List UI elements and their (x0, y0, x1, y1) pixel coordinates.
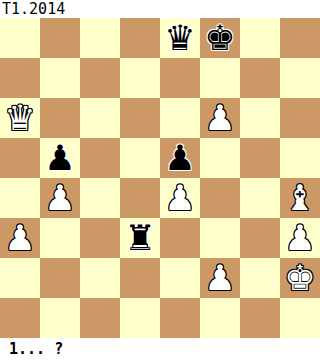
black-pawn: ♟ (164, 138, 195, 178)
square-d5[interactable] (120, 138, 160, 178)
square-g6[interactable] (240, 98, 280, 138)
chess-board: ♛♚♛♟♟♟♟♟♝♟♜♟♟♚ (0, 18, 320, 338)
square-f6[interactable]: ♟ (200, 98, 240, 138)
white-pawn: ♟ (204, 98, 235, 138)
white-bishop: ♝ (284, 178, 315, 218)
square-c2[interactable] (80, 258, 120, 298)
white-queen: ♛ (4, 98, 35, 138)
square-c5[interactable] (80, 138, 120, 178)
square-f7[interactable] (200, 58, 240, 98)
square-g5[interactable] (240, 138, 280, 178)
white-pawn: ♟ (44, 178, 75, 218)
white-pawn: ♟ (204, 258, 235, 298)
black-pawn: ♟ (44, 138, 75, 178)
white-pawn: ♟ (4, 218, 35, 258)
white-pawn: ♟ (164, 178, 195, 218)
square-e3[interactable] (160, 218, 200, 258)
square-e4[interactable]: ♟ (160, 178, 200, 218)
square-c4[interactable] (80, 178, 120, 218)
square-b2[interactable] (40, 258, 80, 298)
square-a5[interactable] (0, 138, 40, 178)
square-e7[interactable] (160, 58, 200, 98)
square-d8[interactable] (120, 18, 160, 58)
square-f8[interactable]: ♚ (200, 18, 240, 58)
square-d3[interactable]: ♜ (120, 218, 160, 258)
square-a6[interactable]: ♛ (0, 98, 40, 138)
square-b5[interactable]: ♟ (40, 138, 80, 178)
square-a2[interactable] (0, 258, 40, 298)
square-a4[interactable] (0, 178, 40, 218)
square-b4[interactable]: ♟ (40, 178, 80, 218)
square-g2[interactable] (240, 258, 280, 298)
square-f5[interactable] (200, 138, 240, 178)
square-e1[interactable] (160, 298, 200, 338)
move-prompt: 1... ? (0, 338, 320, 360)
square-b8[interactable] (40, 18, 80, 58)
white-pawn: ♟ (284, 218, 315, 258)
square-c6[interactable] (80, 98, 120, 138)
square-h6[interactable] (280, 98, 320, 138)
square-d7[interactable] (120, 58, 160, 98)
square-e2[interactable] (160, 258, 200, 298)
square-d2[interactable] (120, 258, 160, 298)
white-king: ♚ (284, 258, 315, 298)
square-a7[interactable] (0, 58, 40, 98)
square-a3[interactable]: ♟ (0, 218, 40, 258)
square-g4[interactable] (240, 178, 280, 218)
square-b7[interactable] (40, 58, 80, 98)
square-h5[interactable] (280, 138, 320, 178)
square-b1[interactable] (40, 298, 80, 338)
diagram-title: T1.2014 (0, 0, 320, 18)
square-g3[interactable] (240, 218, 280, 258)
square-f2[interactable]: ♟ (200, 258, 240, 298)
square-e8[interactable]: ♛ (160, 18, 200, 58)
square-f4[interactable] (200, 178, 240, 218)
square-a1[interactable] (0, 298, 40, 338)
square-d6[interactable] (120, 98, 160, 138)
square-c3[interactable] (80, 218, 120, 258)
square-f1[interactable] (200, 298, 240, 338)
square-e6[interactable] (160, 98, 200, 138)
square-b3[interactable] (40, 218, 80, 258)
square-h7[interactable] (280, 58, 320, 98)
black-queen: ♛ (164, 18, 195, 58)
black-rook: ♜ (124, 218, 155, 258)
square-e5[interactable]: ♟ (160, 138, 200, 178)
square-c1[interactable] (80, 298, 120, 338)
square-g1[interactable] (240, 298, 280, 338)
square-d4[interactable] (120, 178, 160, 218)
square-b6[interactable] (40, 98, 80, 138)
black-king: ♚ (204, 18, 235, 58)
square-c7[interactable] (80, 58, 120, 98)
square-h8[interactable] (280, 18, 320, 58)
square-d1[interactable] (120, 298, 160, 338)
square-g8[interactable] (240, 18, 280, 58)
square-h2[interactable]: ♚ (280, 258, 320, 298)
square-g7[interactable] (240, 58, 280, 98)
square-h3[interactable]: ♟ (280, 218, 320, 258)
square-c8[interactable] (80, 18, 120, 58)
square-f3[interactable] (200, 218, 240, 258)
square-h4[interactable]: ♝ (280, 178, 320, 218)
square-a8[interactable] (0, 18, 40, 58)
square-h1[interactable] (280, 298, 320, 338)
